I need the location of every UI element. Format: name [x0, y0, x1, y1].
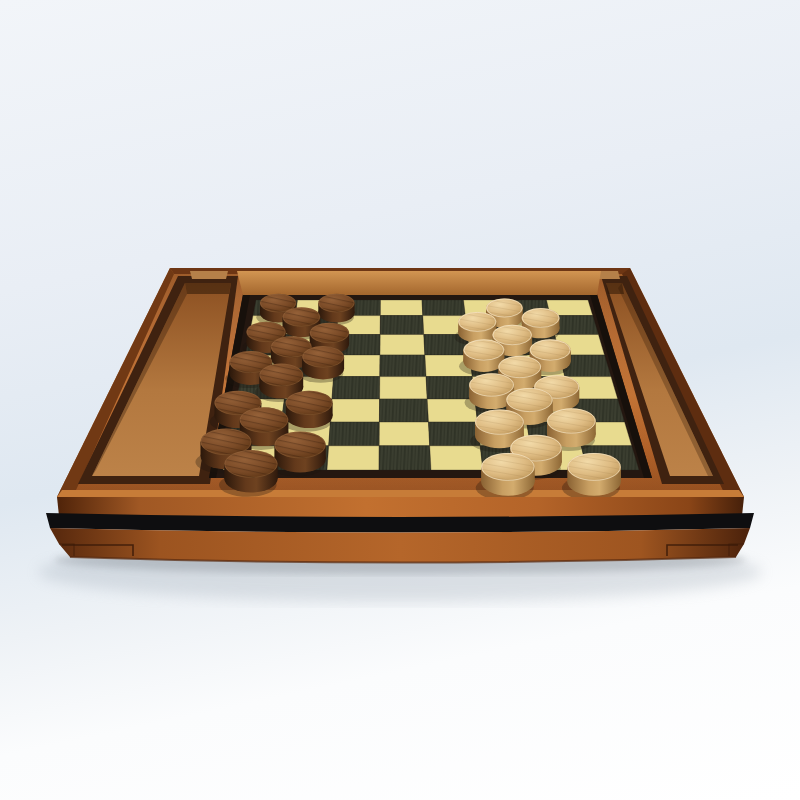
- wood-grain-overlay: [380, 316, 424, 335]
- wood-grain-overlay: [332, 377, 380, 399]
- wood-grain-overlay: [426, 377, 475, 399]
- checker-dark-2[interactable]: [315, 294, 355, 326]
- board-square-r8c3[interactable]: [327, 446, 379, 470]
- board-square-r1c4[interactable]: [380, 300, 422, 316]
- checker-dark-15[interactable]: [219, 450, 278, 497]
- base-front-face: [50, 528, 750, 563]
- left-tray-notch: [190, 271, 228, 279]
- wood-grain-overlay: [379, 446, 431, 470]
- game-box: [46, 268, 754, 563]
- wood-grain-overlay: [329, 422, 380, 446]
- wood-grain-overlay: [422, 300, 465, 316]
- left-tray-inner-shadow: [185, 283, 231, 294]
- board-square-r3c4[interactable]: [380, 335, 425, 356]
- lid-near-edge-highlight: [57, 490, 744, 497]
- game-box-illustration: [0, 0, 800, 800]
- product-photo-scene: [0, 0, 800, 800]
- board-square-r6c3[interactable]: [330, 399, 379, 422]
- board-square-r7c4[interactable]: [379, 422, 430, 446]
- board-square-r8c5[interactable]: [430, 446, 483, 470]
- checker-dark-11[interactable]: [281, 391, 333, 432]
- wood-grain-overlay: [379, 399, 428, 422]
- wood-grain-overlay: [380, 355, 426, 377]
- board-recess-far-wall: [237, 271, 601, 295]
- board-square-r5c4[interactable]: [380, 377, 428, 399]
